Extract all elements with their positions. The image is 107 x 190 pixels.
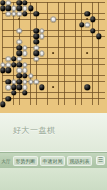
toolbar-button-0[interactable]: 形势判断 (13, 156, 38, 166)
kibitz-message: 好大一盘棋 (13, 126, 56, 136)
star-point (86, 19, 88, 21)
message-area: 好大一盘棋 (0, 113, 107, 152)
star-point (52, 52, 54, 54)
bottom-toolbar: 大厅 形势判断申请对局观战列表 ☰⋯ (0, 152, 107, 168)
star-point (19, 19, 21, 21)
black-stone (0, 101, 5, 106)
go-board[interactable] (0, 0, 107, 113)
toolbar-button-2[interactable]: 观战列表 (67, 156, 92, 166)
bottom-empty-area (0, 168, 107, 190)
star-point (52, 86, 54, 88)
toolbar-buttons: 形势判断申请对局观战列表 (13, 156, 92, 166)
toolbar-left-label[interactable]: 大厅 (1, 158, 11, 164)
toolbar-icons: ☰⋯ (96, 156, 107, 165)
chat-list-icon[interactable]: ☰ (96, 156, 105, 165)
toolbar-button-1[interactable]: 申请对局 (40, 156, 65, 166)
star-point (86, 52, 88, 54)
